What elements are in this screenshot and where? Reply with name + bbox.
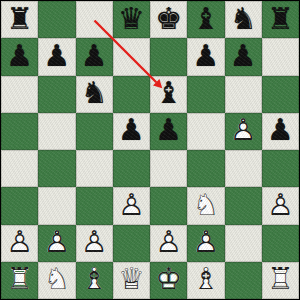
piece-white-pawn[interactable]: ♟♙ [1, 225, 38, 262]
piece-fill: ♟ [187, 38, 224, 74]
square-e1[interactable]: ♚♔ [150, 262, 187, 299]
piece-black-rook[interactable]: ♜ [1, 1, 38, 38]
piece-black-queen[interactable]: ♛ [113, 1, 150, 38]
square-b1[interactable]: ♞♘ [38, 262, 75, 299]
piece-fill: ♟ [38, 38, 75, 74]
board-squares: ♜♛♚♝♞♜♟♟♟♟♟♞♝♟♟♟♙♟♟♙♞♘♟♙♟♙♟♙♟♙♟♙♟♙♜♖♞♘♝♗… [1, 1, 299, 299]
piece-outline: ♙ [76, 225, 113, 261]
piece-white-rook[interactable]: ♜♖ [1, 262, 38, 299]
piece-black-pawn[interactable]: ♟ [225, 38, 262, 75]
piece-outline: ♙ [187, 225, 224, 261]
piece-fill: ♞ [76, 76, 113, 112]
piece-white-pawn[interactable]: ♟♙ [38, 225, 75, 262]
square-a6[interactable] [1, 76, 38, 113]
square-c8[interactable] [76, 1, 113, 38]
square-g3[interactable] [225, 187, 262, 224]
piece-white-knight[interactable]: ♞♘ [38, 262, 75, 299]
square-g5[interactable]: ♟♙ [225, 113, 262, 150]
piece-white-pawn[interactable]: ♟♙ [113, 187, 150, 224]
square-e3[interactable] [150, 187, 187, 224]
square-c4[interactable] [76, 150, 113, 187]
piece-outline: ♖ [262, 262, 299, 298]
piece-outline: ♙ [262, 187, 299, 223]
piece-white-pawn[interactable]: ♟♙ [262, 187, 299, 224]
square-a5[interactable] [1, 113, 38, 150]
square-b3[interactable] [38, 187, 75, 224]
piece-outline: ♙ [225, 113, 262, 149]
chess-board: ♜♛♚♝♞♜♟♟♟♟♟♞♝♟♟♟♙♟♟♙♞♘♟♙♟♙♟♙♟♙♟♙♟♙♜♖♞♘♝♗… [0, 0, 300, 300]
piece-outline: ♙ [113, 187, 150, 223]
piece-white-pawn[interactable]: ♟♙ [150, 225, 187, 262]
square-f8[interactable]: ♝ [187, 1, 224, 38]
piece-outline: ♘ [38, 262, 75, 298]
square-b6[interactable] [38, 76, 75, 113]
piece-white-bishop[interactable]: ♝♗ [187, 262, 224, 299]
piece-black-pawn[interactable]: ♟ [187, 38, 224, 75]
piece-black-pawn[interactable]: ♟ [113, 113, 150, 150]
piece-fill: ♜ [262, 1, 299, 37]
square-f3[interactable]: ♞♘ [187, 187, 224, 224]
piece-white-rook[interactable]: ♜♖ [262, 262, 299, 299]
square-h3[interactable]: ♟♙ [262, 187, 299, 224]
square-g1[interactable] [225, 262, 262, 299]
piece-white-knight[interactable]: ♞♘ [187, 187, 224, 224]
piece-black-knight[interactable]: ♞ [76, 76, 113, 113]
square-d5[interactable]: ♟ [113, 113, 150, 150]
piece-fill: ♝ [187, 1, 224, 37]
piece-white-bishop[interactable]: ♝♗ [76, 262, 113, 299]
piece-fill: ♟ [113, 113, 150, 149]
square-c6[interactable]: ♞ [76, 76, 113, 113]
square-h8[interactable]: ♜ [262, 1, 299, 38]
piece-fill: ♟ [76, 38, 113, 74]
square-d2[interactable] [113, 225, 150, 262]
piece-black-knight[interactable]: ♞ [225, 1, 262, 38]
square-e2[interactable]: ♟♙ [150, 225, 187, 262]
square-c1[interactable]: ♝♗ [76, 262, 113, 299]
square-c7[interactable]: ♟ [76, 38, 113, 75]
piece-black-rook[interactable]: ♜ [262, 1, 299, 38]
square-f4[interactable] [187, 150, 224, 187]
square-d6[interactable] [113, 76, 150, 113]
piece-outline: ♔ [150, 262, 187, 298]
square-b5[interactable] [38, 113, 75, 150]
square-d4[interactable] [113, 150, 150, 187]
square-a4[interactable] [1, 150, 38, 187]
square-d1[interactable]: ♛♕ [113, 262, 150, 299]
piece-black-pawn[interactable]: ♟ [150, 113, 187, 150]
square-h4[interactable] [262, 150, 299, 187]
piece-black-bishop[interactable]: ♝ [150, 76, 187, 113]
square-b4[interactable] [38, 150, 75, 187]
square-f5[interactable] [187, 113, 224, 150]
square-e7[interactable] [150, 38, 187, 75]
piece-outline: ♗ [76, 262, 113, 298]
square-e6[interactable]: ♝ [150, 76, 187, 113]
piece-fill: ♟ [1, 38, 38, 74]
square-h2[interactable] [262, 225, 299, 262]
piece-fill: ♝ [150, 76, 187, 112]
piece-black-pawn[interactable]: ♟ [38, 38, 75, 75]
square-h1[interactable]: ♜♖ [262, 262, 299, 299]
square-e4[interactable] [150, 150, 187, 187]
piece-outline: ♙ [1, 225, 38, 261]
square-b7[interactable]: ♟ [38, 38, 75, 75]
square-d3[interactable]: ♟♙ [113, 187, 150, 224]
piece-fill: ♞ [225, 1, 262, 37]
piece-black-pawn[interactable]: ♟ [1, 38, 38, 75]
square-g6[interactable] [225, 76, 262, 113]
piece-white-pawn[interactable]: ♟♙ [76, 225, 113, 262]
square-g2[interactable] [225, 225, 262, 262]
piece-outline: ♘ [187, 187, 224, 223]
square-h5[interactable]: ♟ [262, 113, 299, 150]
square-h7[interactable] [262, 38, 299, 75]
square-f7[interactable]: ♟ [187, 38, 224, 75]
square-f6[interactable] [187, 76, 224, 113]
square-a3[interactable] [1, 187, 38, 224]
square-e5[interactable]: ♟ [150, 113, 187, 150]
piece-fill: ♟ [225, 38, 262, 74]
piece-outline: ♖ [1, 262, 38, 298]
square-c5[interactable] [76, 113, 113, 150]
piece-fill: ♛ [113, 1, 150, 37]
piece-outline: ♗ [187, 262, 224, 298]
piece-fill: ♟ [262, 113, 299, 149]
piece-outline: ♕ [113, 262, 150, 298]
piece-black-pawn[interactable]: ♟ [262, 113, 299, 150]
square-b8[interactable] [38, 1, 75, 38]
square-a1[interactable]: ♜♖ [1, 262, 38, 299]
piece-white-pawn[interactable]: ♟♙ [225, 113, 262, 150]
square-a2[interactable]: ♟♙ [1, 225, 38, 262]
piece-black-bishop[interactable]: ♝ [187, 1, 224, 38]
square-d7[interactable] [113, 38, 150, 75]
square-c3[interactable] [76, 187, 113, 224]
piece-black-king[interactable]: ♚ [150, 1, 187, 38]
square-f2[interactable]: ♟♙ [187, 225, 224, 262]
piece-outline: ♙ [150, 225, 187, 261]
piece-white-king[interactable]: ♚♔ [150, 262, 187, 299]
square-h6[interactable] [262, 76, 299, 113]
piece-fill: ♟ [150, 113, 187, 149]
square-b2[interactable]: ♟♙ [38, 225, 75, 262]
piece-black-pawn[interactable]: ♟ [76, 38, 113, 75]
piece-fill: ♚ [150, 1, 187, 37]
square-a8[interactable]: ♜ [1, 1, 38, 38]
square-g4[interactable] [225, 150, 262, 187]
square-a7[interactable]: ♟ [1, 38, 38, 75]
square-g8[interactable]: ♞ [225, 1, 262, 38]
square-e8[interactable]: ♚ [150, 1, 187, 38]
square-c2[interactable]: ♟♙ [76, 225, 113, 262]
piece-fill: ♜ [1, 1, 38, 37]
square-f1[interactable]: ♝♗ [187, 262, 224, 299]
square-d8[interactable]: ♛ [113, 1, 150, 38]
piece-outline: ♙ [38, 225, 75, 261]
piece-white-pawn[interactable]: ♟♙ [187, 225, 224, 262]
square-g7[interactable]: ♟ [225, 38, 262, 75]
piece-white-queen[interactable]: ♛♕ [113, 262, 150, 299]
